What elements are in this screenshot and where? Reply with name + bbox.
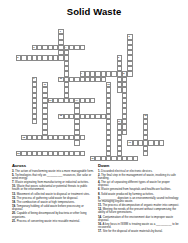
cell-number: 4 [65,46,66,48]
crossword-grid: 123456789101112131415161718192021 [16,29,164,161]
across-section: Across 3. The action of transforming was… [12,163,94,224]
clue-text: The act of separating different types of… [98,180,170,187]
clue-text: Waste that poses substantial or potentia… [12,184,87,191]
clue-text: Temporary holding of solid waste before … [12,204,84,211]
down-section: Down 1. Discarded electrical or electron… [98,163,180,234]
cell-number: 5 [17,56,18,58]
cell-number: 10 [60,77,62,79]
cell-number: 2 [129,35,130,37]
clue-item: 21. Process of converting waste into reu… [12,220,94,223]
grid-void [159,156,164,161]
cell-number: 11 [44,83,46,85]
clue-text: Meeting the needs of the present without… [98,207,176,214]
cell-number: 20 [17,152,19,154]
cell-number: 21 [91,157,93,159]
clue-text: __________ digestion is an environmental… [98,196,178,203]
cell-number: 9 [33,77,34,79]
puzzle-title: Solid Waste [0,6,188,17]
clue-item: 17. Site for the disposal of waste mater… [98,230,180,233]
cell-number: 17 [118,120,120,122]
clue-text: Process of converting waste into reusabl… [16,219,80,223]
cell-number: 3 [33,46,34,48]
clue-list-across: 3. The action of transforming waste into… [12,170,94,223]
cell-number: 12 [107,83,109,85]
clue-text: A key focus in ISWM is treating waste as… [98,222,179,229]
cell-number: 8 [123,72,124,74]
cell-number: 7 [81,72,82,74]
down-heading: Down [98,163,180,168]
clue-text: Contamination of the environment due to … [98,215,173,222]
cell-number: 18 [23,136,25,138]
across-heading: Across [12,163,94,168]
cell-number: 1 [60,30,61,32]
clue-text: Capable of being decomposed by bacteria … [12,211,87,218]
clue-text: Technologies that rely on __________ res… [12,173,91,180]
clue-text: The final step in the management of wast… [98,173,176,180]
cell-number: 19 [129,141,131,143]
cell-number: 15 [60,114,62,116]
cell-number: 14 [76,99,78,101]
clue-text: Site for the disposal of waste materials… [102,229,163,233]
cell-number: 6 [118,56,119,58]
clue-list-down: 1. Discarded electrical or electronic de… [98,170,180,234]
cell-number: 16 [144,114,146,116]
cell-number: 13 [49,99,51,101]
